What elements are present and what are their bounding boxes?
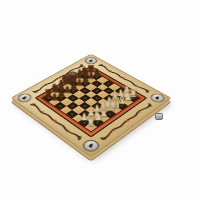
product-photo-scene: ♞ ♞ ♞ ♞ ♜♟♟♜♞♟♟♞♝♟♟♝♛♟♟♛♚♟♟♚♝♟♟♝♞♟♟♞♜♟♟♜ <box>0 0 200 200</box>
chess-board: ♞ ♞ ♞ ♞ ♜♟♟♜♞♟♟♞♝♟♟♝♛♟♟♛♚♟♟♚♝♟♟♝♞♟♟♞♜♟♟♜ <box>10 54 171 158</box>
corner-medallion-knight-icon: ♞ <box>80 138 103 154</box>
corner-medallion-knight-icon: ♞ <box>82 56 100 66</box>
box-clasp-latch <box>155 113 163 120</box>
square-f4 <box>79 102 91 110</box>
corner-medallion-knight-icon: ♞ <box>148 92 168 104</box>
corner-medallion-knight-icon: ♞ <box>15 92 35 104</box>
square-e3 <box>91 102 103 110</box>
square-b3 <box>109 91 121 98</box>
